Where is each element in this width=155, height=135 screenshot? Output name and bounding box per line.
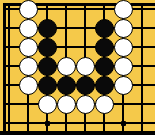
black-stone[interactable] <box>57 76 76 95</box>
white-stone[interactable] <box>19 57 38 76</box>
black-stone[interactable] <box>38 76 57 95</box>
white-stone[interactable] <box>114 57 133 76</box>
go-board[interactable] <box>0 0 155 135</box>
white-stone[interactable] <box>19 38 38 57</box>
white-stone[interactable] <box>76 95 95 114</box>
white-stone[interactable] <box>19 76 38 95</box>
grid-line-vertical <box>8 4 10 132</box>
black-stone[interactable] <box>76 76 95 95</box>
white-stone[interactable] <box>114 0 133 19</box>
black-stone[interactable] <box>95 57 114 76</box>
black-stone[interactable] <box>38 57 57 76</box>
white-stone[interactable] <box>114 76 133 95</box>
white-stone[interactable] <box>114 38 133 57</box>
white-stone[interactable] <box>76 57 95 76</box>
white-stone[interactable] <box>57 57 76 76</box>
black-stone[interactable] <box>95 19 114 38</box>
hoshi-point <box>45 121 50 126</box>
board-bottom-edge <box>0 131 155 135</box>
black-stone[interactable] <box>95 76 114 95</box>
white-stone[interactable] <box>19 0 38 19</box>
white-stone[interactable] <box>19 19 38 38</box>
white-stone[interactable] <box>95 95 114 114</box>
board-left-edge <box>3 3 6 135</box>
black-stone[interactable] <box>95 38 114 57</box>
white-stone[interactable] <box>38 95 57 114</box>
grid-line-vertical <box>141 4 143 132</box>
hoshi-point <box>121 121 126 126</box>
white-stone[interactable] <box>57 95 76 114</box>
grid-line-horizontal <box>4 122 155 124</box>
black-stone[interactable] <box>38 19 57 38</box>
white-stone[interactable] <box>114 19 133 38</box>
black-stone[interactable] <box>38 38 57 57</box>
